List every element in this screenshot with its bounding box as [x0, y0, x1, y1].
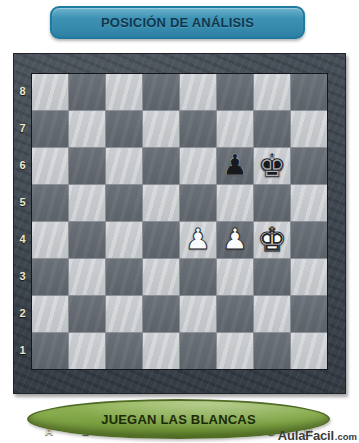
square-c1: [106, 333, 142, 369]
square-f1: [217, 333, 253, 369]
aulafacil-logo: AulaFacil.com: [278, 426, 357, 443]
square-e5: [180, 185, 216, 221]
black-pawn-f6: ♟: [222, 151, 248, 180]
brand-tld: .com: [335, 431, 357, 442]
brand-name: AulaFacil: [278, 428, 334, 443]
square-h1: [291, 333, 327, 369]
square-g2: [254, 296, 290, 332]
square-f6: ♟: [217, 148, 253, 184]
rank-label-5: 5: [14, 196, 31, 208]
rank-label-3: 3: [14, 270, 31, 282]
square-d2: [143, 296, 179, 332]
square-a2: [32, 296, 68, 332]
square-e7: [180, 111, 216, 147]
square-b8: [69, 74, 105, 110]
square-h2: [291, 296, 327, 332]
square-f7: [217, 111, 253, 147]
board-squares: ♟♚♟♟♚: [31, 73, 328, 370]
square-f3: [217, 259, 253, 295]
square-d3: [143, 259, 179, 295]
square-e4: ♟: [180, 222, 216, 258]
rank-label-4: 4: [14, 233, 31, 245]
analysis-banner: POSICIÓN DE ANÁLISIS: [50, 6, 305, 39]
square-h5: [291, 185, 327, 221]
white-pawn-e4: ♟: [185, 225, 211, 254]
square-a8: [32, 74, 68, 110]
square-d6: [143, 148, 179, 184]
square-f2: [217, 296, 253, 332]
square-h8: [291, 74, 327, 110]
square-b3: [69, 259, 105, 295]
square-c4: [106, 222, 142, 258]
square-b1: [69, 333, 105, 369]
square-c7: [106, 111, 142, 147]
white-pawn-f4: ♟: [222, 225, 248, 254]
square-g3: [254, 259, 290, 295]
square-e8: [180, 74, 216, 110]
square-g6: ♚: [254, 148, 290, 184]
square-c5: [106, 185, 142, 221]
square-d1: [143, 333, 179, 369]
square-h6: [291, 148, 327, 184]
square-c2: [106, 296, 142, 332]
square-d4: [143, 222, 179, 258]
rank-label-1: 1: [14, 344, 31, 356]
square-g7: [254, 111, 290, 147]
square-d8: [143, 74, 179, 110]
square-f4: ♟: [217, 222, 253, 258]
rank-label-2: 2: [14, 307, 31, 319]
square-f8: [217, 74, 253, 110]
turn-banner-label: JUEGAN LAS BLANCAS: [101, 412, 256, 427]
square-b7: [69, 111, 105, 147]
square-b6: [69, 148, 105, 184]
square-c8: [106, 74, 142, 110]
square-b2: [69, 296, 105, 332]
square-a6: [32, 148, 68, 184]
square-f5: [217, 185, 253, 221]
square-e6: [180, 148, 216, 184]
square-g4: ♚: [254, 222, 290, 258]
chess-board: 87654321 ♟♚♟♟♚ ABCDEFGH: [13, 53, 346, 394]
square-e3: [180, 259, 216, 295]
white-king-g4: ♚: [257, 223, 287, 256]
rank-label-7: 7: [14, 122, 31, 134]
square-a1: [32, 333, 68, 369]
rank-label-8: 8: [14, 85, 31, 97]
square-g1: [254, 333, 290, 369]
square-a3: [32, 259, 68, 295]
square-a4: [32, 222, 68, 258]
square-e1: [180, 333, 216, 369]
square-g5: [254, 185, 290, 221]
square-h4: [291, 222, 327, 258]
square-e2: [180, 296, 216, 332]
square-c6: [106, 148, 142, 184]
square-b4: [69, 222, 105, 258]
square-c3: [106, 259, 142, 295]
rank-label-6: 6: [14, 159, 31, 171]
black-king-g6: ♚: [257, 149, 287, 182]
analysis-banner-label: POSICIÓN DE ANÁLISIS: [101, 15, 254, 30]
square-h7: [291, 111, 327, 147]
square-d7: [143, 111, 179, 147]
square-d5: [143, 185, 179, 221]
square-b5: [69, 185, 105, 221]
square-a5: [32, 185, 68, 221]
square-a7: [32, 111, 68, 147]
square-g8: [254, 74, 290, 110]
square-h3: [291, 259, 327, 295]
